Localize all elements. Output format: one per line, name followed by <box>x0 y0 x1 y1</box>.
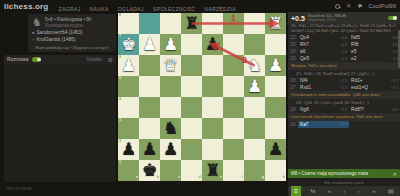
lichess-logo[interactable]: lichess.org <box>4 2 48 11</box>
search-icon[interactable] <box>335 4 340 9</box>
tab-notes[interactable]: Notatki <box>87 57 102 62</box>
game-time-mode: 5+8 • Rankingowa • 8h <box>45 17 92 22</box>
square-a7[interactable]: 7♚ <box>118 34 139 55</box>
rank-label: 5 <box>119 77 121 81</box>
banner-close-icon[interactable]: ✕ <box>393 171 397 177</box>
move-number: 29 <box>288 106 298 113</box>
move-row: 29Ng6−3.2Rd8?!−0.9 <box>288 106 400 113</box>
file-label: c <box>178 176 180 180</box>
white-move[interactable]: Rh7−0.9 <box>298 41 349 48</box>
square-g8[interactable] <box>244 13 265 34</box>
square-a6[interactable]: 6♟ <box>118 55 139 76</box>
engine-eval: +0.5 <box>291 15 305 22</box>
white-king[interactable]: ♚ <box>118 34 139 55</box>
black-player-name[interactable]: KrolGambit (1486) <box>36 37 75 42</box>
square-d3[interactable] <box>181 118 202 139</box>
move-number: 26 <box>288 77 298 84</box>
explorer-empty: Nie znaleziono partii <box>288 178 400 186</box>
black-pawn[interactable]: ♟ <box>265 139 286 160</box>
move-row: 30Ka7+0.5 <box>288 121 400 128</box>
game-meta-header: ♞ 5+8 • Rankingowa • 8h Korespondencyjne <box>32 17 112 28</box>
white-player-name[interactable]: Sandomierz64 (1453) <box>36 30 82 35</box>
black-player-row[interactable]: ○ KrolGambit (1486) <box>32 37 112 42</box>
square-h4[interactable] <box>265 97 286 118</box>
square-a8[interactable]: 8 <box>118 13 139 34</box>
square-f2[interactable] <box>223 139 244 160</box>
mate-banner: M8 • Czarne mają wymuszonego mata ✕ <box>288 169 400 178</box>
white-move[interactable]: Qe5−1.1 <box>298 55 349 62</box>
black-color-icon: ○ <box>32 38 34 42</box>
nav-item-nauka[interactable]: NAUKA <box>90 6 109 12</box>
white-pawn[interactable]: ♟ <box>118 55 139 76</box>
white-move[interactable]: Ng6−3.2 <box>298 106 349 113</box>
move-row: 23Rh7−0.9Rf8−1.0 <box>288 41 400 48</box>
square-b2[interactable]: ♟ <box>139 139 160 160</box>
square-a3[interactable]: 3 <box>118 118 139 139</box>
engine-bar: +0.5 Stockfish 14+ NNUE Głębokość 22/51 <box>288 12 400 24</box>
square-d6[interactable] <box>181 55 202 76</box>
white-move[interactable]: Ka7+0.5 <box>298 121 349 128</box>
move-row: 27Rxd1−1.9exd1=Q−2.1 <box>288 84 400 91</box>
annotation-comment: Lost forced checkmate sequence. Rd1 was … <box>288 113 400 121</box>
menu-icon[interactable]: ≡ <box>291 186 301 196</box>
username[interactable]: CoolPol96 <box>368 3 396 9</box>
move-row: 22Qc4−0.8Nd5−0.9 <box>288 34 400 41</box>
square-f5[interactable] <box>223 76 244 97</box>
move-number: 30 <box>288 121 298 128</box>
square-f6[interactable] <box>223 55 244 76</box>
square-h6[interactable]: ♟ <box>265 55 286 76</box>
square-f4[interactable] <box>223 97 244 118</box>
move-number: 24 <box>288 48 298 55</box>
square-b4[interactable] <box>139 97 160 118</box>
square-d4[interactable] <box>181 97 202 118</box>
nav-item-oglądaj[interactable]: OGLĄDAJ <box>118 6 144 12</box>
variation-line[interactable]: 28...Qd1 29. Qe4+ Qxe4 30. Nxe4 (...) <box>288 99 400 107</box>
black-move[interactable]: exd1=Q−2.1 <box>349 84 400 91</box>
square-d2[interactable] <box>181 139 202 160</box>
square-e6[interactable] <box>202 55 223 76</box>
square-d5[interactable] <box>181 76 202 97</box>
white-pawn[interactable]: ♟ <box>244 76 265 97</box>
black-move[interactable]: Rd1+−1.7 <box>349 77 400 84</box>
rank-label: 1 <box>119 161 121 165</box>
square-e5[interactable] <box>202 76 223 97</box>
top-navbar: lichess.org ZAGRAJNAUKAOGLĄDAJSPOŁECZNOŚ… <box>0 0 400 12</box>
chat-toggle[interactable] <box>32 57 41 62</box>
tab-chat[interactable]: Rozmowa <box>7 57 28 62</box>
black-move[interactable]: Nd5−0.9 <box>349 34 400 41</box>
move-number: 25 <box>288 55 298 62</box>
square-h5[interactable] <box>265 76 286 97</box>
black-pawn[interactable]: ♟ <box>139 139 160 160</box>
black-move[interactable]: Rd8?!−0.9 <box>349 106 400 113</box>
mate-banner-text: M8 • Czarne mają wymuszonego mata <box>291 171 368 176</box>
black-move[interactable]: e5−1.1 <box>349 48 400 55</box>
annotation-comment: Checkmate is now unavoidable. Qd1 was be… <box>288 91 400 99</box>
square-b8[interactable] <box>139 13 160 34</box>
square-g5[interactable]: ♟ <box>244 76 265 97</box>
white-rook[interactable]: ♜ <box>265 13 286 34</box>
square-f1[interactable]: f <box>223 160 244 181</box>
square-e2[interactable] <box>202 139 223 160</box>
variation-line[interactable]: 25...Rd1+ 26. Rxd1 exd1=Q 27. Qg3 (...) <box>288 70 400 78</box>
chess-board[interactable]: 8♜♜7♚♟♟♟6♟♛♞♟5♟43♞2♟♟♟♟1ab♚cde♜fgh <box>118 13 286 181</box>
engine-pv[interactable]: 26...Rd1+ 27.Rxd1 exd1=Q 28.b8=Q+ Rxb8 2… <box>288 24 400 34</box>
square-h1[interactable]: h <box>265 160 286 181</box>
black-rook[interactable]: ♜ <box>181 13 202 34</box>
chat-panel: Rozmowa Notatki ⚙ <box>4 55 116 182</box>
square-d1[interactable]: d <box>181 160 202 181</box>
white-color-icon: ● <box>32 31 34 35</box>
white-move[interactable]: Nf4−1.5 <box>298 77 349 84</box>
square-b6[interactable] <box>139 55 160 76</box>
nav-item-społeczność[interactable]: SPOŁECZNOŚĆ <box>153 6 195 12</box>
white-move[interactable]: Qc4−0.8 <box>298 34 349 41</box>
square-e1[interactable]: e♜ <box>202 160 223 181</box>
square-g2[interactable] <box>244 139 265 160</box>
rank-label: 3 <box>119 119 121 123</box>
chat-header: Rozmowa Notatki ⚙ <box>4 55 116 64</box>
black-knight[interactable]: ♞ <box>160 118 181 139</box>
file-label: g <box>262 176 264 180</box>
engine-depth: Głębokość 22/51 <box>308 18 346 22</box>
last-move-icon[interactable]: » <box>369 186 378 196</box>
square-a4[interactable]: 4 <box>118 97 139 118</box>
flip-board-icon[interactable]: ⇆ <box>307 186 318 196</box>
square-e7[interactable]: ♟ <box>202 34 223 55</box>
square-b7[interactable]: ♟ <box>139 34 160 55</box>
square-h2[interactable]: ♟ <box>265 139 286 160</box>
black-move[interactable]: e2−1.3 <box>349 55 400 62</box>
square-b5[interactable] <box>139 76 160 97</box>
file-label: f <box>242 176 243 180</box>
square-e3[interactable] <box>202 118 223 139</box>
white-knight[interactable]: ♞ <box>244 55 265 76</box>
prev-move-icon[interactable]: ‹ <box>340 186 348 196</box>
square-f7[interactable] <box>223 34 244 55</box>
move-row: 25Qe5−1.1e2−1.3 <box>288 55 400 62</box>
square-g3[interactable] <box>244 118 265 139</box>
square-g1[interactable]: g <box>244 160 265 181</box>
first-move-icon[interactable]: « <box>325 186 334 196</box>
file-label: a <box>136 176 138 180</box>
settings-gear-icon[interactable]: ⚙ <box>108 57 113 63</box>
square-d7[interactable] <box>181 34 202 55</box>
chat-messages[interactable] <box>4 64 116 182</box>
square-c3[interactable]: ♞ <box>160 118 181 139</box>
square-c5[interactable] <box>160 76 181 97</box>
black-king[interactable]: ♚ <box>139 160 160 181</box>
black-pawn[interactable]: ♟ <box>118 139 139 160</box>
square-c1[interactable]: c <box>160 160 181 181</box>
notifications-icon[interactable] <box>357 4 362 9</box>
white-player-row[interactable]: ● Sandomierz64 (1453) <box>32 30 112 35</box>
nav-item-zagraj[interactable]: ZAGRAJ <box>58 6 80 12</box>
board-controls: ≡⇆«‹›»▤ <box>288 186 400 196</box>
file-label: d <box>199 176 201 180</box>
square-c6[interactable]: ♛ <box>160 55 181 76</box>
square-g4[interactable] <box>244 97 265 118</box>
analysis-panel: +0.5 Stockfish 14+ NNUE Głębokość 22/51 … <box>288 12 400 196</box>
game-variant: Korespondencyjne <box>45 23 92 28</box>
move-list: 22Qc4−0.8Nd5−0.923Rh7−0.9Rf8−1.024a6−1.0… <box>288 34 400 169</box>
move-row: 24a6−1.0e5−1.1 <box>288 48 400 55</box>
square-g6[interactable]: ♞ <box>244 55 265 76</box>
black-move[interactable] <box>349 121 400 128</box>
white-queen[interactable]: ♛ <box>160 55 181 76</box>
move-number: 23 <box>288 41 298 48</box>
explorer-icon[interactable]: ▤ <box>385 186 397 196</box>
square-b1[interactable]: b♚ <box>139 160 160 181</box>
square-g7[interactable] <box>244 34 265 55</box>
square-h3[interactable] <box>265 118 286 139</box>
black-pawn[interactable]: ♟ <box>202 34 223 55</box>
move-row: 26Nf4−1.5Rd1+−1.7 <box>288 77 400 84</box>
white-pawn[interactable]: ♟ <box>265 55 286 76</box>
square-c4[interactable] <box>160 97 181 118</box>
nav-right: ✕ CoolPol96 <box>335 3 396 9</box>
chess-board-wrap: 8♜♜7♚♟♟♟6♟♛♞♟5♟43♞2♟♟♟♟1ab♚cde♜fgh 12 <box>118 13 286 181</box>
file-label: h <box>283 176 285 180</box>
white-move[interactable]: a6−1.0 <box>298 48 349 55</box>
black-move[interactable]: Rf8−1.0 <box>349 41 400 48</box>
square-b3[interactable] <box>139 118 160 139</box>
game-meta-panel: ♞ 5+8 • Rankingowa • 8h Korespondencyjne… <box>28 14 116 52</box>
square-a5[interactable]: 5 <box>118 76 139 97</box>
rank-label: 4 <box>119 98 121 102</box>
game-result: Białe poddały się • Wygrana czarnych <box>32 45 112 50</box>
spectators-label: WIDZOWIE <box>6 186 32 191</box>
white-pawn[interactable]: ♟ <box>139 34 160 55</box>
square-c8[interactable] <box>160 13 181 34</box>
knight-variant-icon: ♞ <box>32 17 42 28</box>
engine-toggle[interactable] <box>388 16 397 21</box>
square-f3[interactable] <box>223 118 244 139</box>
square-h8[interactable]: ♜ <box>265 13 286 34</box>
square-d8[interactable]: ♜ <box>181 13 202 34</box>
square-e4[interactable] <box>202 97 223 118</box>
square-c7[interactable]: ♟ <box>160 34 181 55</box>
square-a2[interactable]: 2♟ <box>118 139 139 160</box>
rank-label: 8 <box>119 14 121 18</box>
nav-item-narzędzia[interactable]: NARZĘDZIA <box>204 6 236 12</box>
black-pawn[interactable]: ♟ <box>160 139 181 160</box>
move-number: 27 <box>288 84 298 91</box>
challenges-icon[interactable]: ✕ <box>346 3 351 9</box>
square-e8[interactable] <box>202 13 223 34</box>
black-rook[interactable]: ♜ <box>202 160 223 181</box>
next-move-icon[interactable]: › <box>355 186 363 196</box>
square-a1[interactable]: 1a <box>118 160 139 181</box>
square-f8[interactable] <box>223 13 244 34</box>
annotation-comment: Mistake. Rd1+ was best. <box>288 62 400 70</box>
move-number: 22 <box>288 34 298 41</box>
white-move[interactable]: Rxd1−1.9 <box>298 84 349 91</box>
white-pawn[interactable]: ♟ <box>160 34 181 55</box>
square-h7[interactable] <box>265 34 286 55</box>
square-c2[interactable]: ♟ <box>160 139 181 160</box>
